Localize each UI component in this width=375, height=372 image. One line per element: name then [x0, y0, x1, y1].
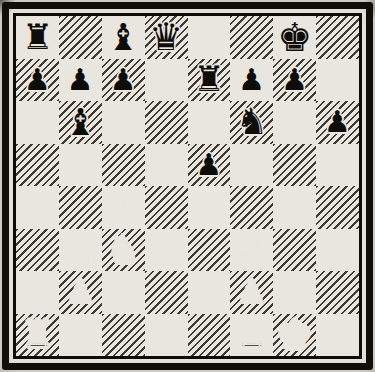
square-c6: ♟♙: [102, 101, 145, 144]
piece-glyph: ♟: [110, 65, 137, 95]
square-a2: ♟♙: [16, 271, 59, 314]
piece-glyph: ♜: [193, 62, 224, 97]
piece-fill-backing: ♟: [237, 276, 266, 308]
square-d6: [145, 101, 188, 144]
piece-glyph: ♚: [277, 18, 312, 57]
chess-diagram: ♜♝♛♚♟♟♟♜♟♟♝♟♙♞♟♟♝♗♛♕♞♘♞♘♟♙♟♙♟♙♟♙♟♙♜♖♜♖♚♔: [0, 0, 375, 372]
square-d8: ♛: [145, 16, 188, 59]
square-e8: [188, 16, 231, 59]
square-c2: [102, 271, 145, 314]
piece-white-pawn-icon: ♟♙: [273, 271, 316, 314]
piece-black-pawn-icon: ♟: [102, 59, 145, 102]
square-b3: ♛♕: [59, 229, 102, 272]
piece-white-knight-icon: ♞♘: [102, 229, 145, 272]
piece-black-pawn-icon: ♟: [16, 59, 59, 102]
square-e6: [188, 101, 231, 144]
piece-white-queen-icon: ♛♕: [59, 229, 102, 272]
piece-fill-backing: ♛: [62, 229, 98, 270]
square-h1: [316, 314, 359, 357]
piece-fill-backing: ♟: [323, 234, 352, 266]
piece-fill-backing: ♟: [66, 276, 95, 308]
piece-black-knight-icon: ♞: [230, 101, 273, 144]
square-e5: ♟: [188, 144, 231, 187]
square-h8: [316, 16, 359, 59]
piece-glyph: ♞: [236, 104, 268, 140]
square-a4: [16, 186, 59, 229]
piece-black-bishop-icon: ♝: [102, 16, 145, 59]
square-b8: [59, 16, 102, 59]
square-b6: ♝: [59, 101, 102, 144]
piece-fill-backing: ♟: [280, 276, 309, 308]
square-g7: ♟: [273, 59, 316, 102]
square-e7: ♜: [188, 59, 231, 102]
square-b5: [59, 144, 102, 187]
piece-white-pawn-icon: ♟♙: [102, 101, 145, 144]
square-b7: ♟: [59, 59, 102, 102]
square-c3: ♞♘: [102, 229, 145, 272]
piece-fill-backing: ♞: [106, 230, 141, 269]
board: ♜♝♛♚♟♟♟♜♟♟♝♟♙♞♟♟♝♗♛♕♞♘♞♘♟♙♟♙♟♙♟♙♟♙♜♖♜♖♚♔: [16, 16, 359, 356]
square-d3: [145, 229, 188, 272]
piece-glyph: ♟: [324, 107, 351, 137]
piece-black-pawn-icon: ♟: [59, 59, 102, 102]
piece-fill-backing: ♟: [109, 106, 138, 138]
piece-fill-backing: ♚: [276, 314, 313, 356]
piece-white-knight-icon: ♞♘: [230, 229, 273, 272]
square-g2: ♟♙: [273, 271, 316, 314]
square-g4: [273, 186, 316, 229]
square-c1: [102, 314, 145, 357]
piece-black-king-icon: ♚: [273, 16, 316, 59]
square-c5: [102, 144, 145, 187]
square-h3: ♟♙: [316, 229, 359, 272]
square-a3: [16, 229, 59, 272]
piece-glyph: ♟: [67, 65, 94, 95]
piece-black-bishop-icon: ♝: [59, 101, 102, 144]
square-e2: [188, 271, 231, 314]
square-b4: [59, 186, 102, 229]
square-h7: [316, 59, 359, 102]
square-f8: [230, 16, 273, 59]
piece-white-pawn-icon: ♟♙: [316, 229, 359, 272]
piece-white-pawn-icon: ♟♙: [16, 271, 59, 314]
square-h5: [316, 144, 359, 187]
piece-black-pawn-icon: ♟: [230, 59, 273, 102]
square-g6: [273, 101, 316, 144]
square-b1: [59, 314, 102, 357]
square-f7: ♟: [230, 59, 273, 102]
square-d7: [145, 59, 188, 102]
square-f6: ♞: [230, 101, 273, 144]
square-f4: [230, 186, 273, 229]
piece-white-pawn-icon: ♟♙: [230, 271, 273, 314]
square-c4: ♝♗: [102, 186, 145, 229]
square-d2: [145, 271, 188, 314]
piece-glyph: ♟: [24, 65, 51, 95]
square-e3: [188, 229, 231, 272]
piece-glyph: ♜: [22, 20, 53, 55]
square-f5: [230, 144, 273, 187]
piece-black-queen-icon: ♛: [145, 16, 188, 59]
piece-fill-backing: ♝: [105, 187, 140, 227]
piece-fill-backing: ♜: [21, 316, 55, 353]
square-e1: [188, 314, 231, 357]
piece-white-king-icon: ♚♔: [273, 314, 316, 357]
piece-white-pawn-icon: ♟♙: [59, 271, 102, 314]
square-d1: [145, 314, 188, 357]
square-f1: ♜♖: [230, 314, 273, 357]
square-g8: ♚: [273, 16, 316, 59]
piece-fill-backing: ♞: [235, 230, 270, 269]
piece-glyph: ♟: [195, 150, 222, 180]
square-h2: [316, 271, 359, 314]
piece-white-rook-icon: ♜♖: [16, 314, 59, 357]
square-g3: [273, 229, 316, 272]
piece-fill-backing: ♟: [23, 276, 52, 308]
square-a5: [16, 144, 59, 187]
square-c7: ♟: [102, 59, 145, 102]
piece-glyph: ♟: [238, 65, 265, 95]
square-d5: [145, 144, 188, 187]
piece-glyph: ♝: [64, 104, 97, 141]
piece-fill-backing: ♜: [235, 316, 269, 353]
square-a8: ♜: [16, 16, 59, 59]
square-g1: ♚♔: [273, 314, 316, 357]
piece-black-pawn-icon: ♟: [273, 59, 316, 102]
square-a1: ♜♖: [16, 314, 59, 357]
square-a7: ♟: [16, 59, 59, 102]
piece-white-bishop-icon: ♝♗: [102, 186, 145, 229]
piece-black-rook-icon: ♜: [188, 59, 231, 102]
square-a6: [16, 101, 59, 144]
piece-glyph: ♝: [107, 19, 140, 56]
piece-black-pawn-icon: ♟: [316, 101, 359, 144]
square-d4: [145, 186, 188, 229]
piece-glyph: ♛: [149, 18, 183, 56]
piece-black-pawn-icon: ♟: [188, 144, 231, 187]
square-b2: ♟♙: [59, 271, 102, 314]
square-e4: [188, 186, 231, 229]
square-g5: [273, 144, 316, 187]
piece-glyph: ♟: [281, 65, 308, 95]
square-h6: ♟: [316, 101, 359, 144]
piece-white-rook-icon: ♜♖: [230, 314, 273, 357]
square-f3: ♞♘: [230, 229, 273, 272]
square-f2: ♟♙: [230, 271, 273, 314]
square-c8: ♝: [102, 16, 145, 59]
square-h4: [316, 186, 359, 229]
piece-black-rook-icon: ♜: [16, 16, 59, 59]
